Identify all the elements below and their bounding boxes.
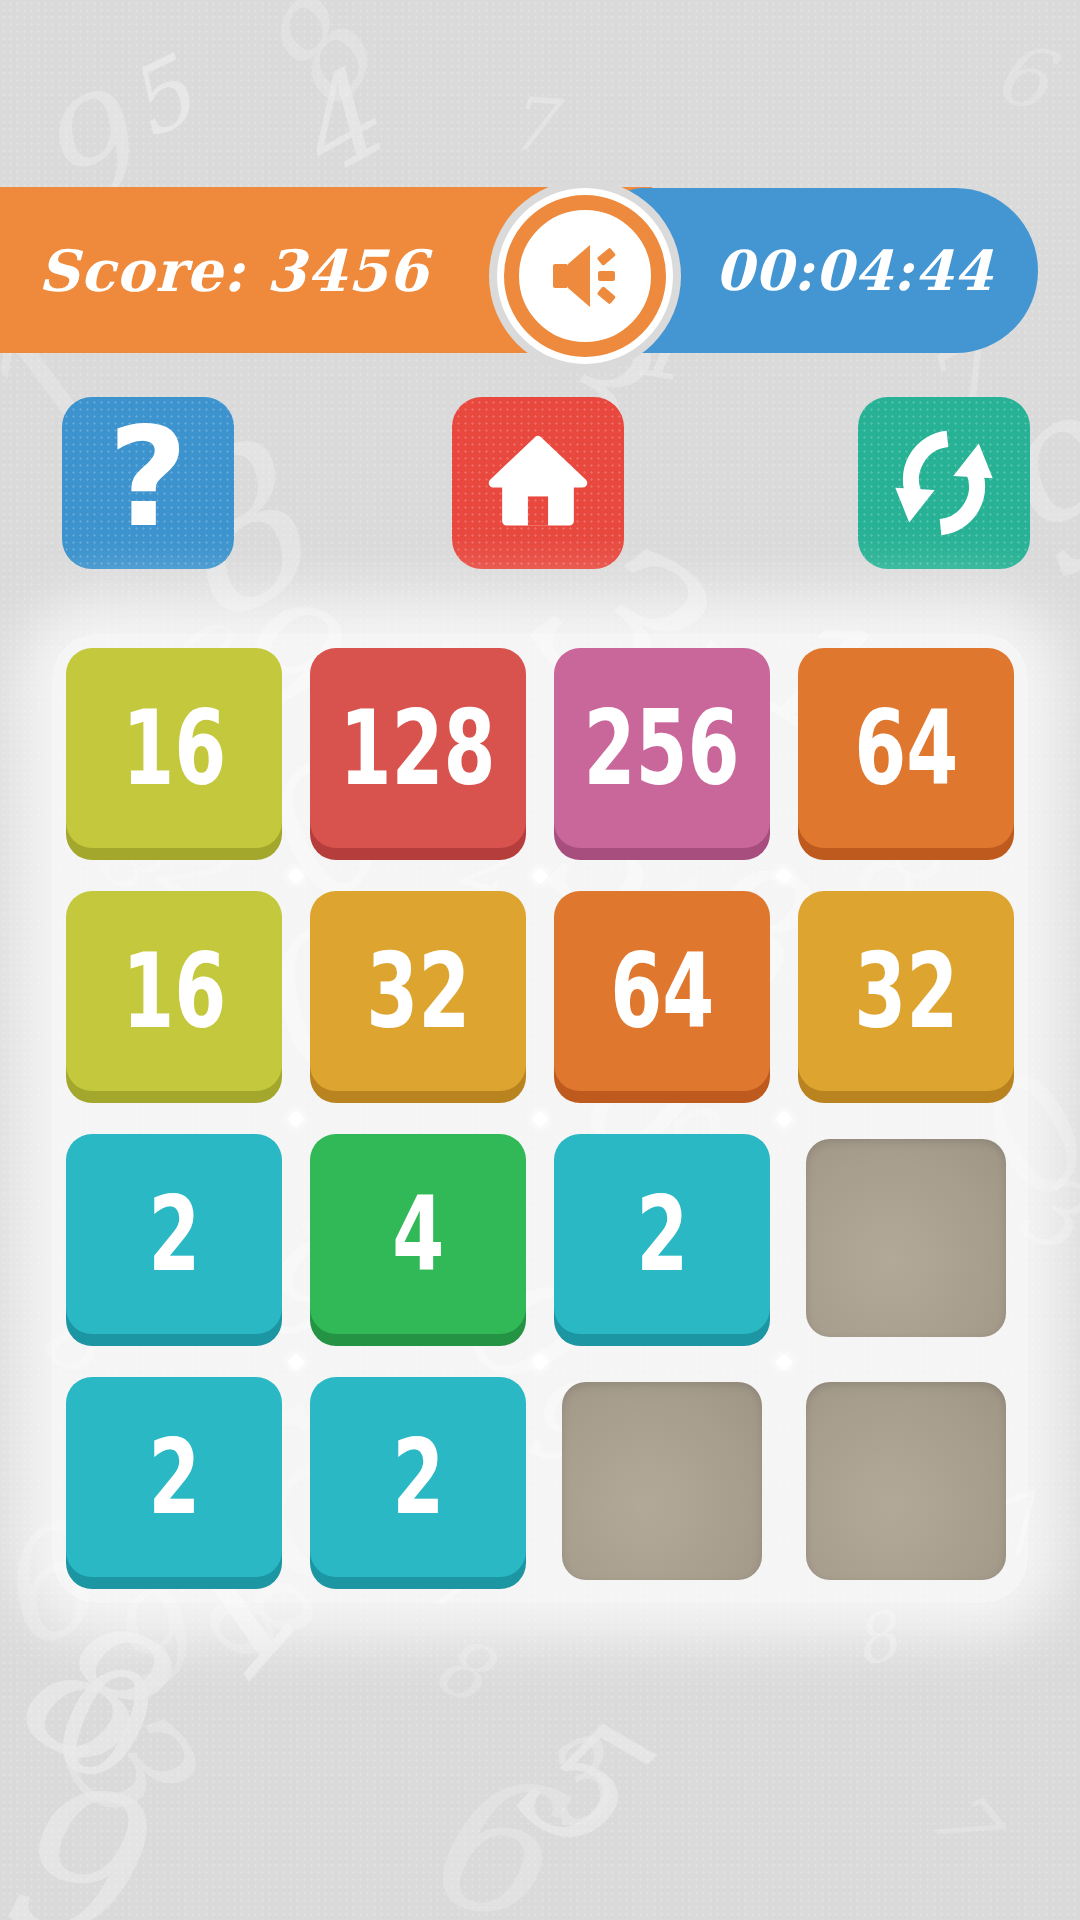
tile-32: 32 — [798, 891, 1014, 1091]
tile-number: 256 — [584, 696, 740, 800]
speaker-icon — [543, 234, 627, 318]
tile-128: 128 — [310, 648, 526, 848]
restart-arrows-icon — [886, 425, 1002, 541]
tile-16: 16 — [66, 891, 282, 1091]
score-label: Score: — [38, 237, 245, 304]
tile-number: 2 — [148, 1182, 200, 1286]
tile-number: 128 — [340, 696, 496, 800]
home-button[interactable] — [452, 397, 624, 569]
empty-cell — [806, 1382, 1006, 1580]
tile-256: 256 — [554, 648, 770, 848]
restart-button[interactable] — [858, 397, 1030, 569]
score-text: Score: 3456 — [0, 237, 429, 304]
tile-number: 16 — [122, 696, 226, 800]
home-icon — [482, 427, 594, 539]
sound-button[interactable] — [497, 188, 673, 364]
tile-number: 64 — [610, 939, 714, 1043]
help-button[interactable]: ? — [62, 397, 234, 569]
tile-number: 2 — [392, 1425, 444, 1529]
tile-2: 2 — [554, 1134, 770, 1334]
tile-number: 2 — [636, 1182, 688, 1286]
watermark-digit: 8 — [424, 1623, 500, 1714]
tile-2: 2 — [66, 1377, 282, 1577]
tile-2: 2 — [66, 1134, 282, 1334]
tile-4: 4 — [310, 1134, 526, 1334]
tile-64: 64 — [798, 648, 1014, 848]
tile-number: 64 — [854, 696, 958, 800]
tile-32: 32 — [310, 891, 526, 1091]
tile-2: 2 — [310, 1377, 526, 1577]
tile-number: 2 — [148, 1425, 200, 1529]
tile-number: 32 — [366, 939, 470, 1043]
empty-cell — [562, 1382, 762, 1580]
timer-text: 00:04:44 — [715, 238, 993, 303]
watermark-digit: 7 — [914, 1775, 1008, 1864]
question-mark-icon: ? — [108, 397, 188, 558]
empty-cell — [806, 1139, 1006, 1337]
tile-number: 16 — [122, 939, 226, 1043]
tile-number: 32 — [854, 939, 958, 1043]
tile-16: 16 — [66, 648, 282, 848]
score-value: 3456 — [266, 237, 429, 304]
tile-64: 64 — [554, 891, 770, 1091]
tile-number: 4 — [392, 1182, 444, 1286]
top-bar: Score: 3456 00:04:44 — [0, 0, 1080, 420]
board-area: 16128256641632643224222 — [66, 648, 1014, 1589]
watermark-digit: 8 — [847, 1602, 904, 1677]
